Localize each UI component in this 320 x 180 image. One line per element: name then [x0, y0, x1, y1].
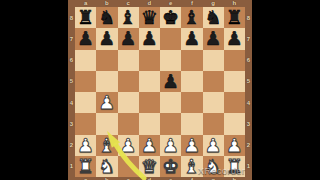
square-a5[interactable] [75, 71, 96, 92]
square-c4[interactable] [118, 92, 139, 113]
square-d6[interactable] [139, 50, 160, 71]
square-a7[interactable]: ♟ [75, 28, 96, 49]
square-c1[interactable] [118, 156, 139, 177]
black-bishop-f8[interactable]: ♝ [183, 7, 200, 28]
coord-label-c: c [118, 177, 139, 180]
coord-label-7: 7 [68, 28, 75, 49]
square-e3[interactable] [160, 113, 181, 134]
square-f5[interactable] [181, 71, 202, 92]
square-a2[interactable]: ♟ [75, 135, 96, 156]
coord-label-5: 5 [245, 71, 252, 92]
white-pawn-f2[interactable]: ♟ [183, 134, 200, 155]
square-g5[interactable] [203, 71, 224, 92]
square-g6[interactable] [203, 50, 224, 71]
white-pawn-c2[interactable]: ♟ [120, 134, 137, 155]
black-pawn-c7[interactable]: ♟ [120, 28, 137, 49]
square-f4[interactable] [181, 92, 202, 113]
square-g8[interactable]: ♞ [203, 7, 224, 28]
square-h8[interactable]: ♜ [224, 7, 245, 28]
white-king-e1[interactable]: ♚ [162, 155, 179, 176]
white-pawn-a2[interactable]: ♟ [77, 134, 94, 155]
coord-label-e: e [160, 177, 181, 180]
square-h3[interactable] [224, 113, 245, 134]
square-f8[interactable]: ♝ [181, 7, 202, 28]
square-f3[interactable] [181, 113, 202, 134]
square-b4[interactable]: ♟ [96, 92, 117, 113]
black-pawn-a7[interactable]: ♟ [77, 28, 94, 49]
white-knight-b1[interactable]: ♞ [98, 155, 115, 176]
coord-label-1: 1 [68, 156, 75, 177]
square-c3[interactable] [118, 113, 139, 134]
square-e7[interactable] [160, 28, 181, 49]
square-c8[interactable]: ♝ [118, 7, 139, 28]
square-f6[interactable] [181, 50, 202, 71]
white-queen-d1[interactable]: ♛ [141, 155, 158, 176]
rank-labels-left: 87654321 [68, 7, 75, 177]
square-e2[interactable]: ♟ [160, 135, 181, 156]
square-d5[interactable] [139, 71, 160, 92]
square-f7[interactable]: ♟ [181, 28, 202, 49]
black-rook-a8[interactable]: ♜ [77, 7, 94, 28]
coord-label-2: 2 [245, 135, 252, 156]
board-grid: ♜♞♝♛♚♝♞♜♟♟♟♟♟♟♟♟♟♟♝♟♟♟♟♟♟♜♞♛♚♝♞♜ [75, 7, 245, 177]
square-h5[interactable] [224, 71, 245, 92]
coord-label-4: 4 [245, 92, 252, 113]
white-pawn-e2[interactable]: ♟ [162, 134, 179, 155]
coord-label-6: 6 [68, 50, 75, 71]
white-rook-h1[interactable]: ♜ [226, 155, 243, 176]
black-queen-d8[interactable]: ♛ [141, 7, 158, 28]
square-e4[interactable] [160, 92, 181, 113]
square-d1[interactable]: ♛ [139, 156, 160, 177]
square-c7[interactable]: ♟ [118, 28, 139, 49]
square-b3[interactable] [96, 113, 117, 134]
square-d8[interactable]: ♛ [139, 7, 160, 28]
square-d3[interactable] [139, 113, 160, 134]
video-frame: abcdefgh abcdefgh 87654321 87654321 ♜♞♝♛… [0, 0, 320, 180]
black-pawn-d7[interactable]: ♟ [141, 28, 158, 49]
black-pawn-h7[interactable]: ♟ [226, 28, 243, 49]
square-e8[interactable]: ♚ [160, 7, 181, 28]
black-knight-b8[interactable]: ♞ [98, 7, 115, 28]
coord-label-2: 2 [68, 135, 75, 156]
white-pawn-h2[interactable]: ♟ [226, 134, 243, 155]
rank-labels-right: 87654321 [245, 7, 252, 177]
coord-label-1: 1 [245, 156, 252, 177]
square-b6[interactable] [96, 50, 117, 71]
square-a4[interactable] [75, 92, 96, 113]
square-g7[interactable]: ♟ [203, 28, 224, 49]
square-h2[interactable]: ♟ [224, 135, 245, 156]
square-e6[interactable] [160, 50, 181, 71]
square-b8[interactable]: ♞ [96, 7, 117, 28]
square-b5[interactable] [96, 71, 117, 92]
square-h7[interactable]: ♟ [224, 28, 245, 49]
coord-label-3: 3 [68, 113, 75, 134]
chess-board: abcdefgh abcdefgh 87654321 87654321 ♜♞♝♛… [68, 0, 252, 180]
white-rook-a1[interactable]: ♜ [77, 155, 94, 176]
coord-label-f: f [181, 177, 202, 180]
square-h4[interactable] [224, 92, 245, 113]
square-c6[interactable] [118, 50, 139, 71]
square-a6[interactable] [75, 50, 96, 71]
coord-label-a: a [75, 177, 96, 180]
square-c2[interactable]: ♟ [118, 135, 139, 156]
square-e5[interactable]: ♟ [160, 71, 181, 92]
white-bishop-f1[interactable]: ♝ [183, 155, 200, 176]
coord-label-4: 4 [68, 92, 75, 113]
square-b1[interactable]: ♞ [96, 156, 117, 177]
square-a3[interactable] [75, 113, 96, 134]
black-pawn-e5[interactable]: ♟ [162, 70, 179, 91]
coord-label-7: 7 [245, 28, 252, 49]
coord-label-h: h [224, 177, 245, 180]
square-f2[interactable]: ♟ [181, 135, 202, 156]
square-h1[interactable]: ♜ [224, 156, 245, 177]
square-b7[interactable]: ♟ [96, 28, 117, 49]
black-pawn-b7[interactable]: ♟ [98, 28, 115, 49]
square-d2[interactable]: ♟ [139, 135, 160, 156]
coord-label-6: 6 [245, 50, 252, 71]
coord-label-g: g [203, 177, 224, 180]
black-rook-h8[interactable]: ♜ [226, 7, 243, 28]
square-d7[interactable]: ♟ [139, 28, 160, 49]
coord-label-3: 3 [245, 113, 252, 134]
white-pawn-d2[interactable]: ♟ [141, 134, 158, 155]
coord-label-8: 8 [245, 7, 252, 28]
white-knight-g1[interactable]: ♞ [205, 155, 222, 176]
square-g1[interactable]: ♞ [203, 156, 224, 177]
black-knight-g8[interactable]: ♞ [205, 7, 222, 28]
white-pawn-g2[interactable]: ♟ [205, 134, 222, 155]
black-pawn-f7[interactable]: ♟ [183, 28, 200, 49]
black-king-e8[interactable]: ♚ [162, 7, 179, 28]
square-a8[interactable]: ♜ [75, 7, 96, 28]
square-g4[interactable] [203, 92, 224, 113]
square-f1[interactable]: ♝ [181, 156, 202, 177]
white-bishop-b2[interactable]: ♝ [98, 134, 115, 155]
square-d4[interactable] [139, 92, 160, 113]
square-g3[interactable] [203, 113, 224, 134]
square-g2[interactable]: ♟ [203, 135, 224, 156]
square-a1[interactable]: ♜ [75, 156, 96, 177]
square-e1[interactable]: ♚ [160, 156, 181, 177]
coord-label-d: d [139, 177, 160, 180]
square-h6[interactable] [224, 50, 245, 71]
white-pawn-b4[interactable]: ♟ [98, 92, 115, 113]
black-pawn-g7[interactable]: ♟ [205, 28, 222, 49]
coord-label-8: 8 [68, 7, 75, 28]
coord-label-b: b [96, 177, 117, 180]
square-b2[interactable]: ♝ [96, 135, 117, 156]
coord-label-5: 5 [68, 71, 75, 92]
square-c5[interactable] [118, 71, 139, 92]
file-labels-bottom: abcdefgh [75, 177, 245, 180]
black-bishop-c8[interactable]: ♝ [120, 7, 137, 28]
